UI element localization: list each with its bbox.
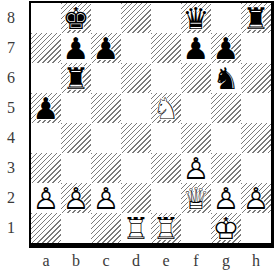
square-d6[interactable] xyxy=(121,63,151,93)
square-b7[interactable]: ♟♟ xyxy=(61,33,91,63)
square-f1[interactable] xyxy=(181,213,211,243)
square-b2[interactable]: ♟♙ xyxy=(61,183,91,213)
square-g7[interactable]: ♟♟ xyxy=(211,33,241,63)
square-h8[interactable]: ♜♜ xyxy=(241,3,271,33)
square-e2[interactable] xyxy=(151,183,181,213)
square-c3[interactable] xyxy=(91,153,121,183)
piece-glyph: ♙ xyxy=(181,153,211,183)
piece-glyph: ♜ xyxy=(61,63,91,93)
rank-label-1: 1 xyxy=(0,213,22,243)
piece-glyph: ♟ xyxy=(91,33,121,63)
square-h6[interactable] xyxy=(241,63,271,93)
piece-glyph: ♟ xyxy=(31,93,61,123)
black-queen-piece[interactable]: ♛♛ xyxy=(181,3,211,33)
white-pawn-piece[interactable]: ♟♙ xyxy=(91,183,121,213)
white-pawn-piece[interactable]: ♟♙ xyxy=(61,183,91,213)
square-e5[interactable]: ♞♘ xyxy=(151,93,181,123)
square-e4[interactable] xyxy=(151,123,181,153)
black-pawn-piece[interactable]: ♟♟ xyxy=(211,33,241,63)
file-label-g: g xyxy=(211,251,241,271)
black-rook-piece[interactable]: ♜♜ xyxy=(61,63,91,93)
square-e3[interactable] xyxy=(151,153,181,183)
square-c5[interactable] xyxy=(91,93,121,123)
chess-board: ♚♚♛♛♜♜♟♟♟♟♟♟♟♟♜♜♞♞♟♟♞♘♟♙♟♙♟♙♟♙♛♕♟♙♟♙♜♖♜♖… xyxy=(29,1,274,248)
white-rook-piece[interactable]: ♜♖ xyxy=(151,213,181,243)
piece-glyph: ♞ xyxy=(211,63,241,93)
piece-glyph: ♖ xyxy=(121,213,151,243)
square-a4[interactable] xyxy=(31,123,61,153)
square-e7[interactable] xyxy=(151,33,181,63)
square-a8[interactable] xyxy=(31,3,61,33)
rank-label-8: 8 xyxy=(0,3,22,33)
square-c4[interactable] xyxy=(91,123,121,153)
piece-glyph: ♕ xyxy=(181,183,211,213)
square-f7[interactable]: ♟♟ xyxy=(181,33,211,63)
file-label-f: f xyxy=(181,251,211,271)
square-f3[interactable]: ♟♙ xyxy=(181,153,211,183)
black-pawn-piece[interactable]: ♟♟ xyxy=(31,93,61,123)
piece-glyph: ♙ xyxy=(211,183,241,213)
square-c2[interactable]: ♟♙ xyxy=(91,183,121,213)
square-c6[interactable] xyxy=(91,63,121,93)
square-d7[interactable] xyxy=(121,33,151,63)
black-rook-piece[interactable]: ♜♜ xyxy=(241,3,271,33)
square-f4[interactable] xyxy=(181,123,211,153)
square-d4[interactable] xyxy=(121,123,151,153)
square-d3[interactable] xyxy=(121,153,151,183)
piece-glyph: ♘ xyxy=(151,93,181,123)
piece-glyph: ♙ xyxy=(241,183,271,213)
square-f5[interactable] xyxy=(181,93,211,123)
rank-label-2: 2 xyxy=(0,183,22,213)
black-king-piece[interactable]: ♚♚ xyxy=(61,3,91,33)
square-e6[interactable] xyxy=(151,63,181,93)
white-king-piece[interactable]: ♚♔ xyxy=(211,213,241,243)
piece-glyph: ♖ xyxy=(151,213,181,243)
rank-label-6: 6 xyxy=(0,63,22,93)
file-labels: abcdefgh xyxy=(31,251,271,271)
square-b3[interactable] xyxy=(61,153,91,183)
piece-glyph: ♔ xyxy=(211,213,241,243)
square-b5[interactable] xyxy=(61,93,91,123)
square-g1[interactable]: ♚♔ xyxy=(211,213,241,243)
piece-glyph: ♚ xyxy=(61,3,91,33)
piece-glyph: ♟ xyxy=(181,33,211,63)
black-pawn-piece[interactable]: ♟♟ xyxy=(181,33,211,63)
square-g6[interactable]: ♞♞ xyxy=(211,63,241,93)
square-b6[interactable]: ♜♜ xyxy=(61,63,91,93)
square-g8[interactable] xyxy=(211,3,241,33)
square-e1[interactable]: ♜♖ xyxy=(151,213,181,243)
square-f6[interactable] xyxy=(181,63,211,93)
piece-glyph: ♜ xyxy=(241,3,271,33)
file-label-e: e xyxy=(151,251,181,271)
square-a2[interactable]: ♟♙ xyxy=(31,183,61,213)
square-h7[interactable] xyxy=(241,33,271,63)
square-c8[interactable] xyxy=(91,3,121,33)
square-d8[interactable] xyxy=(121,3,151,33)
rank-label-5: 5 xyxy=(0,93,22,123)
piece-glyph: ♟ xyxy=(211,33,241,63)
black-pawn-piece[interactable]: ♟♟ xyxy=(91,33,121,63)
white-pawn-piece[interactable]: ♟♙ xyxy=(241,183,271,213)
piece-glyph: ♙ xyxy=(91,183,121,213)
file-label-h: h xyxy=(241,251,271,271)
square-d2[interactable] xyxy=(121,183,151,213)
black-pawn-piece[interactable]: ♟♟ xyxy=(61,33,91,63)
piece-glyph: ♛ xyxy=(181,3,211,33)
piece-glyph: ♙ xyxy=(31,183,61,213)
file-label-b: b xyxy=(61,251,91,271)
square-b8[interactable]: ♚♚ xyxy=(61,3,91,33)
square-a3[interactable] xyxy=(31,153,61,183)
black-knight-piece[interactable]: ♞♞ xyxy=(211,63,241,93)
square-d5[interactable] xyxy=(121,93,151,123)
square-g4[interactable] xyxy=(211,123,241,153)
square-b4[interactable] xyxy=(61,123,91,153)
file-label-c: c xyxy=(91,251,121,271)
square-h5[interactable] xyxy=(241,93,271,123)
square-e8[interactable] xyxy=(151,3,181,33)
square-b1[interactable] xyxy=(61,213,91,243)
file-label-a: a xyxy=(31,251,61,271)
square-c1[interactable] xyxy=(91,213,121,243)
square-f8[interactable]: ♛♛ xyxy=(181,3,211,33)
square-a1[interactable] xyxy=(31,213,61,243)
square-f2[interactable]: ♛♕ xyxy=(181,183,211,213)
square-d1[interactable]: ♜♖ xyxy=(121,213,151,243)
rank-labels: 87654321 xyxy=(0,3,22,243)
file-label-d: d xyxy=(121,251,151,271)
piece-glyph: ♙ xyxy=(61,183,91,213)
square-a7[interactable] xyxy=(31,33,61,63)
piece-glyph: ♟ xyxy=(61,33,91,63)
rank-label-7: 7 xyxy=(0,33,22,63)
square-a6[interactable] xyxy=(31,63,61,93)
square-g3[interactable] xyxy=(211,153,241,183)
white-pawn-piece[interactable]: ♟♙ xyxy=(211,183,241,213)
square-g2[interactable]: ♟♙ xyxy=(211,183,241,213)
square-h4[interactable] xyxy=(241,123,271,153)
square-h3[interactable] xyxy=(241,153,271,183)
rank-label-4: 4 xyxy=(0,123,22,153)
square-h1[interactable] xyxy=(241,213,271,243)
white-pawn-piece[interactable]: ♟♙ xyxy=(31,183,61,213)
square-g5[interactable] xyxy=(211,93,241,123)
white-queen-piece[interactable]: ♛♕ xyxy=(181,183,211,213)
square-h2[interactable]: ♟♙ xyxy=(241,183,271,213)
square-a5[interactable]: ♟♟ xyxy=(31,93,61,123)
white-rook-piece[interactable]: ♜♖ xyxy=(121,213,151,243)
white-knight-piece[interactable]: ♞♘ xyxy=(151,93,181,123)
white-pawn-piece[interactable]: ♟♙ xyxy=(181,153,211,183)
rank-label-3: 3 xyxy=(0,153,22,183)
square-c7[interactable]: ♟♟ xyxy=(91,33,121,63)
